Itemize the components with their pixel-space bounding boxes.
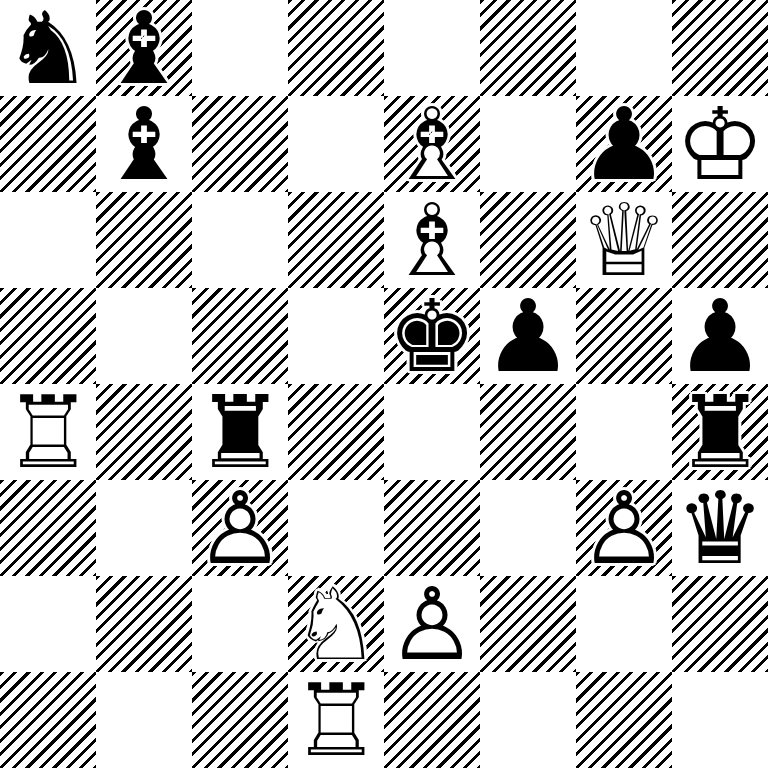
square-c1[interactable]: [192, 672, 288, 768]
square-h6[interactable]: [672, 192, 768, 288]
square-a8[interactable]: ♞: [0, 0, 96, 96]
square-c5[interactable]: [192, 288, 288, 384]
square-h3[interactable]: ♛: [672, 480, 768, 576]
square-b8[interactable]: ♝: [96, 0, 192, 96]
square-b2[interactable]: [96, 576, 192, 672]
square-f7[interactable]: [480, 96, 576, 192]
square-f2[interactable]: [480, 576, 576, 672]
square-h8[interactable]: [672, 0, 768, 96]
square-d8[interactable]: [288, 0, 384, 96]
square-d1[interactable]: ♜♖: [288, 672, 384, 768]
square-b3[interactable]: [96, 480, 192, 576]
black-piece-glyph: ♟: [576, 96, 672, 192]
square-h4[interactable]: ♜: [672, 384, 768, 480]
square-g2[interactable]: [576, 576, 672, 672]
white-piece-outline: ♗: [384, 192, 480, 288]
square-h1[interactable]: [672, 672, 768, 768]
white-bishop-piece: ♝♗: [384, 192, 480, 288]
square-a1[interactable]: [0, 672, 96, 768]
square-d4[interactable]: [288, 384, 384, 480]
white-pawn-piece: ♟♙: [384, 576, 480, 672]
square-e6[interactable]: ♝♗: [384, 192, 480, 288]
white-knight-piece: ♞♘: [288, 576, 384, 672]
white-piece-outline: ♖: [0, 384, 96, 480]
white-piece-outline: ♗: [384, 96, 480, 192]
square-c2[interactable]: [192, 576, 288, 672]
black-knight-piece: ♞: [0, 0, 96, 96]
square-e4[interactable]: [384, 384, 480, 480]
square-g6[interactable]: ♛♕: [576, 192, 672, 288]
square-h7[interactable]: ♚♔: [672, 96, 768, 192]
square-f4[interactable]: [480, 384, 576, 480]
square-a3[interactable]: [0, 480, 96, 576]
square-g4[interactable]: [576, 384, 672, 480]
square-b1[interactable]: [96, 672, 192, 768]
square-e2[interactable]: ♟♙: [384, 576, 480, 672]
black-queen-piece: ♛: [672, 480, 768, 576]
square-g5[interactable]: [576, 288, 672, 384]
white-pawn-piece: ♟♙: [576, 480, 672, 576]
square-e1[interactable]: [384, 672, 480, 768]
white-piece-outline: ♕: [576, 192, 672, 288]
white-piece-outline: ♘: [288, 576, 384, 672]
black-rook-piece: ♜: [672, 384, 768, 480]
square-c4[interactable]: ♜: [192, 384, 288, 480]
chess-board: ♞♝♝♝♗♟♚♔♝♗♛♕♚♟♟♜♖♜♜♟♙♟♙♛♞♘♟♙♜♖: [0, 0, 768, 768]
black-bishop-piece: ♝: [96, 0, 192, 96]
square-d7[interactable]: [288, 96, 384, 192]
square-h2[interactable]: [672, 576, 768, 672]
black-piece-glyph: ♜: [672, 384, 768, 480]
square-d3[interactable]: [288, 480, 384, 576]
black-bishop-piece: ♝: [96, 96, 192, 192]
black-piece-glyph: ♝: [96, 0, 192, 96]
white-piece-outline: ♙: [576, 480, 672, 576]
square-g7[interactable]: ♟: [576, 96, 672, 192]
black-pawn-piece: ♟: [576, 96, 672, 192]
square-d2[interactable]: ♞♘: [288, 576, 384, 672]
square-f5[interactable]: ♟: [480, 288, 576, 384]
square-e3[interactable]: [384, 480, 480, 576]
square-f3[interactable]: [480, 480, 576, 576]
square-a2[interactable]: [0, 576, 96, 672]
square-b7[interactable]: ♝: [96, 96, 192, 192]
white-queen-piece: ♛♕: [576, 192, 672, 288]
square-a7[interactable]: [0, 96, 96, 192]
black-pawn-piece: ♟: [480, 288, 576, 384]
white-piece-outline: ♙: [384, 576, 480, 672]
square-a6[interactable]: [0, 192, 96, 288]
white-king-piece: ♚♔: [672, 96, 768, 192]
black-piece-glyph: ♜: [192, 384, 288, 480]
black-piece-glyph: ♛: [672, 480, 768, 576]
black-piece-glyph: ♚: [384, 288, 480, 384]
square-c8[interactable]: [192, 0, 288, 96]
white-piece-outline: ♖: [288, 672, 384, 768]
black-king-piece: ♚: [384, 288, 480, 384]
square-d5[interactable]: [288, 288, 384, 384]
black-piece-glyph: ♞: [0, 0, 96, 96]
black-pawn-piece: ♟: [672, 288, 768, 384]
square-f6[interactable]: [480, 192, 576, 288]
square-b6[interactable]: [96, 192, 192, 288]
square-e8[interactable]: [384, 0, 480, 96]
white-piece-outline: ♙: [192, 480, 288, 576]
square-c3[interactable]: ♟♙: [192, 480, 288, 576]
black-piece-glyph: ♝: [96, 96, 192, 192]
square-c6[interactable]: [192, 192, 288, 288]
square-a5[interactable]: [0, 288, 96, 384]
square-d6[interactable]: [288, 192, 384, 288]
white-rook-piece: ♜♖: [288, 672, 384, 768]
square-b4[interactable]: [96, 384, 192, 480]
white-rook-piece: ♜♖: [0, 384, 96, 480]
square-c7[interactable]: [192, 96, 288, 192]
square-h5[interactable]: ♟: [672, 288, 768, 384]
black-piece-glyph: ♟: [672, 288, 768, 384]
square-g1[interactable]: [576, 672, 672, 768]
square-e5[interactable]: ♚: [384, 288, 480, 384]
square-f8[interactable]: [480, 0, 576, 96]
square-g3[interactable]: ♟♙: [576, 480, 672, 576]
square-e7[interactable]: ♝♗: [384, 96, 480, 192]
white-piece-outline: ♔: [672, 96, 768, 192]
white-bishop-piece: ♝♗: [384, 96, 480, 192]
black-rook-piece: ♜: [192, 384, 288, 480]
white-pawn-piece: ♟♙: [192, 480, 288, 576]
black-piece-glyph: ♟: [480, 288, 576, 384]
square-b5[interactable]: [96, 288, 192, 384]
square-a4[interactable]: ♜♖: [0, 384, 96, 480]
square-g8[interactable]: [576, 0, 672, 96]
square-f1[interactable]: [480, 672, 576, 768]
